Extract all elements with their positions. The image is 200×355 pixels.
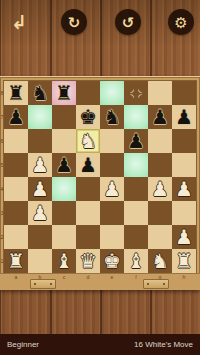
square-d5[interactable]: ♟	[76, 153, 100, 177]
square-f7[interactable]	[124, 105, 148, 129]
file-label-d: d	[76, 274, 100, 281]
anger-emote-icon: ◞◟◝◜	[124, 81, 148, 105]
square-a2[interactable]	[4, 225, 28, 249]
white-pawn: ♟	[151, 177, 169, 201]
square-c2[interactable]	[52, 225, 76, 249]
square-f8[interactable]: ◞◟◝◜	[124, 81, 148, 105]
square-h1[interactable]: ♜	[172, 249, 196, 273]
square-b2[interactable]	[28, 225, 52, 249]
file-label-e: e	[100, 274, 124, 281]
square-f3[interactable]	[124, 201, 148, 225]
undo-button[interactable]: ↺	[115, 9, 141, 35]
hinge-right	[143, 279, 169, 289]
chess-app-screen: ↲ ↻ ↺ ⚙ 87654321 ♜♞♜◞◟◝◜♟♚♞♟♟♞♟♟♟♟♟♟♟♟♟♟…	[0, 0, 200, 355]
square-e5[interactable]	[100, 153, 124, 177]
square-a5[interactable]	[4, 153, 28, 177]
square-a1[interactable]: ♜	[4, 249, 28, 273]
chess-board: ♜♞♜◞◟◝◜♟♚♞♟♟♞♟♟♟♟♟♟♟♟♟♟♜♝♛♚♝♞♜	[4, 81, 196, 273]
square-e3[interactable]	[100, 201, 124, 225]
square-e4[interactable]: ♟	[100, 177, 124, 201]
square-g4[interactable]: ♟	[148, 177, 172, 201]
square-h5[interactable]	[172, 153, 196, 177]
move-indicator: 16 White's Move	[134, 340, 193, 349]
square-e2[interactable]	[100, 225, 124, 249]
square-g2[interactable]	[148, 225, 172, 249]
black-pawn: ♟	[127, 129, 145, 153]
white-king: ♚	[103, 249, 121, 273]
square-h6[interactable]	[172, 129, 196, 153]
settings-button[interactable]: ⚙	[168, 9, 194, 35]
white-pawn: ♟	[175, 225, 193, 249]
square-b8[interactable]: ♞	[28, 81, 52, 105]
black-pawn: ♟	[151, 105, 169, 129]
square-d8[interactable]	[76, 81, 100, 105]
square-e7[interactable]: ♞	[100, 105, 124, 129]
black-pawn: ♟	[7, 105, 25, 129]
square-b5[interactable]: ♟	[28, 153, 52, 177]
square-c5[interactable]: ♟	[52, 153, 76, 177]
difficulty-label: Beginner	[7, 340, 39, 349]
square-b4[interactable]: ♟	[28, 177, 52, 201]
square-f5[interactable]	[124, 153, 148, 177]
black-rook: ♜	[7, 81, 25, 105]
square-h8[interactable]	[172, 81, 196, 105]
white-pawn: ♟	[31, 153, 49, 177]
square-b3[interactable]: ♟	[28, 201, 52, 225]
square-d2[interactable]	[76, 225, 100, 249]
white-bishop: ♝	[55, 249, 73, 273]
white-pawn: ♟	[31, 201, 49, 225]
restart-button[interactable]: ↻	[61, 9, 87, 35]
black-pawn: ♟	[79, 153, 97, 177]
square-c4[interactable]	[52, 177, 76, 201]
square-h3[interactable]	[172, 201, 196, 225]
square-f1[interactable]: ♝	[124, 249, 148, 273]
white-knight: ♞	[151, 249, 169, 273]
square-b1[interactable]	[28, 249, 52, 273]
square-f4[interactable]	[124, 177, 148, 201]
square-e8[interactable]	[100, 81, 124, 105]
white-bishop: ♝	[127, 249, 145, 273]
square-d6[interactable]: ♞	[76, 129, 100, 153]
square-h4[interactable]: ♟	[172, 177, 196, 201]
board-bottom-rail: abcdefgh	[0, 273, 200, 290]
square-d1[interactable]: ♛	[76, 249, 100, 273]
square-h7[interactable]: ♟	[172, 105, 196, 129]
back-button[interactable]: ↲	[6, 9, 32, 35]
white-rook: ♜	[7, 249, 25, 273]
file-label-a: a	[4, 274, 28, 281]
black-pawn: ♟	[55, 153, 73, 177]
hinge-left	[30, 279, 56, 289]
white-pawn: ♟	[175, 177, 193, 201]
file-label-h: h	[172, 274, 196, 281]
square-d3[interactable]	[76, 201, 100, 225]
square-e1[interactable]: ♚	[100, 249, 124, 273]
square-a7[interactable]: ♟	[4, 105, 28, 129]
back-arrow-icon: ↲	[11, 13, 27, 32]
square-c8[interactable]: ♜	[52, 81, 76, 105]
undo-counterclockwise-icon: ↺	[122, 15, 135, 30]
square-h2[interactable]: ♟	[172, 225, 196, 249]
square-g3[interactable]	[148, 201, 172, 225]
square-a8[interactable]: ♜	[4, 81, 28, 105]
white-pawn: ♟	[31, 177, 49, 201]
black-knight: ♞	[103, 105, 121, 129]
square-a3[interactable]	[4, 201, 28, 225]
black-pawn: ♟	[175, 105, 193, 129]
square-e6[interactable]	[100, 129, 124, 153]
white-knight: ♞	[79, 129, 97, 153]
square-d4[interactable]	[76, 177, 100, 201]
black-king: ♚	[79, 105, 97, 129]
square-g7[interactable]: ♟	[148, 105, 172, 129]
square-g5[interactable]	[148, 153, 172, 177]
square-c3[interactable]	[52, 201, 76, 225]
black-knight: ♞	[31, 81, 49, 105]
white-pawn: ♟	[103, 177, 121, 201]
white-rook: ♜	[175, 249, 193, 273]
black-rook: ♜	[55, 81, 73, 105]
square-a6[interactable]	[4, 129, 28, 153]
toolbar: ↲ ↻ ↺ ⚙	[0, 0, 200, 44]
status-bar: Beginner 16 White's Move	[0, 334, 200, 355]
square-c1[interactable]: ♝	[52, 249, 76, 273]
square-d7[interactable]: ♚	[76, 105, 100, 129]
square-f2[interactable]	[124, 225, 148, 249]
square-c6[interactable]	[52, 129, 76, 153]
square-b7[interactable]	[28, 105, 52, 129]
gear-icon: ⚙	[174, 15, 187, 30]
square-b6[interactable]	[28, 129, 52, 153]
restart-clockwise-icon: ↻	[68, 15, 81, 30]
board-frame: 87654321 ♜♞♜◞◟◝◜♟♚♞♟♟♞♟♟♟♟♟♟♟♟♟♟♜♝♛♚♝♞♜ …	[0, 76, 200, 290]
square-f6[interactable]: ♟	[124, 129, 148, 153]
square-g6[interactable]	[148, 129, 172, 153]
square-g8[interactable]	[148, 81, 172, 105]
square-a4[interactable]	[4, 177, 28, 201]
square-c7[interactable]	[52, 105, 76, 129]
square-g1[interactable]: ♞	[148, 249, 172, 273]
white-queen: ♛	[79, 249, 97, 273]
